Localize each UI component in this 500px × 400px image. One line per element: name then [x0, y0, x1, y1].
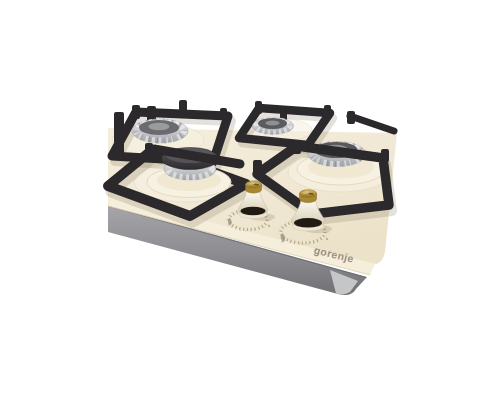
knob-brass-sheen	[248, 182, 255, 184]
gas-hob-product-photo: gorenje	[0, 0, 500, 400]
support-finger	[253, 160, 262, 175]
knob-brass-sheen	[302, 191, 309, 194]
support-finger	[179, 100, 187, 114]
support-finger	[255, 101, 262, 114]
flame-min-icon	[268, 225, 270, 227]
knob-shadow-band	[241, 207, 266, 215]
burner-rear-left	[132, 119, 188, 143]
support-finger	[381, 149, 389, 162]
support-finger	[132, 105, 140, 119]
support-finger	[293, 140, 301, 154]
burner-center	[149, 123, 170, 131]
knob-shadow-band	[294, 218, 322, 228]
support-finger	[347, 111, 355, 124]
hob-photo-canvas: gorenje	[0, 0, 500, 400]
support-finger	[114, 112, 124, 158]
burner-rear-center	[253, 118, 294, 135]
support-finger	[324, 105, 331, 118]
support-finger	[220, 108, 227, 120]
burner-center	[266, 120, 280, 125]
flame-min-icon	[326, 238, 328, 240]
